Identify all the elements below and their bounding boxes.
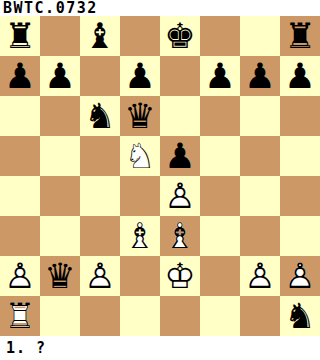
square-f2[interactable] [200, 256, 240, 296]
square-c5[interactable] [80, 136, 120, 176]
white-pawn-piece: ♟♙ [0, 256, 40, 296]
black-queen-piece: ♛ [40, 256, 80, 296]
black-pawn-piece: ♟ [40, 56, 80, 96]
square-g6[interactable] [240, 96, 280, 136]
square-a7[interactable]: ♟ [0, 56, 40, 96]
square-e2[interactable]: ♚♔ [160, 256, 200, 296]
square-h2[interactable]: ♟♙ [280, 256, 320, 296]
square-b8[interactable] [40, 16, 80, 56]
square-c3[interactable] [80, 216, 120, 256]
square-a6[interactable] [0, 96, 40, 136]
square-d4[interactable] [120, 176, 160, 216]
square-b7[interactable]: ♟ [40, 56, 80, 96]
square-b2[interactable]: ♛ [40, 256, 80, 296]
square-a2[interactable]: ♟♙ [0, 256, 40, 296]
square-f8[interactable] [200, 16, 240, 56]
square-e4[interactable]: ♟♙ [160, 176, 200, 216]
black-pawn-piece: ♟ [160, 136, 200, 176]
square-e7[interactable] [160, 56, 200, 96]
square-e1[interactable] [160, 296, 200, 336]
black-pawn-piece: ♟ [240, 56, 280, 96]
white-rook-piece: ♜♖ [0, 296, 40, 336]
square-d2[interactable] [120, 256, 160, 296]
chess-app-window: BWTC.0732 ♜♝♚♜♟♟♟♟♟♟♞♛♞♘♟♟♙♝♗♝♗♟♙♛♟♙♚♔♟♙… [0, 0, 320, 360]
square-d5[interactable]: ♞♘ [120, 136, 160, 176]
square-c8[interactable]: ♝ [80, 16, 120, 56]
white-king-piece: ♚♔ [160, 256, 200, 296]
square-a1[interactable]: ♜♖ [0, 296, 40, 336]
square-e3[interactable]: ♝♗ [160, 216, 200, 256]
square-g4[interactable] [240, 176, 280, 216]
square-g7[interactable]: ♟ [240, 56, 280, 96]
square-f5[interactable] [200, 136, 240, 176]
square-h1[interactable]: ♞ [280, 296, 320, 336]
square-b4[interactable] [40, 176, 80, 216]
square-g2[interactable]: ♟♙ [240, 256, 280, 296]
black-pawn-piece: ♟ [120, 56, 160, 96]
square-b5[interactable] [40, 136, 80, 176]
black-king-piece: ♚ [160, 16, 200, 56]
square-c1[interactable] [80, 296, 120, 336]
square-c2[interactable]: ♟♙ [80, 256, 120, 296]
square-h6[interactable] [280, 96, 320, 136]
square-f1[interactable] [200, 296, 240, 336]
square-c6[interactable]: ♞ [80, 96, 120, 136]
square-a3[interactable] [0, 216, 40, 256]
square-b6[interactable] [40, 96, 80, 136]
black-pawn-piece: ♟ [280, 56, 320, 96]
puzzle-id: BWTC.0732 [0, 0, 320, 16]
square-c4[interactable] [80, 176, 120, 216]
square-c7[interactable] [80, 56, 120, 96]
square-f3[interactable] [200, 216, 240, 256]
black-pawn-piece: ♟ [200, 56, 240, 96]
square-a4[interactable] [0, 176, 40, 216]
black-bishop-piece: ♝ [80, 16, 120, 56]
square-g3[interactable] [240, 216, 280, 256]
square-h3[interactable] [280, 216, 320, 256]
white-knight-piece: ♞♘ [120, 136, 160, 176]
square-b3[interactable] [40, 216, 80, 256]
square-e8[interactable]: ♚ [160, 16, 200, 56]
white-bishop-piece: ♝♗ [160, 216, 200, 256]
white-pawn-piece: ♟♙ [160, 176, 200, 216]
square-h7[interactable]: ♟ [280, 56, 320, 96]
square-d7[interactable]: ♟ [120, 56, 160, 96]
square-d8[interactable] [120, 16, 160, 56]
black-rook-piece: ♜ [0, 16, 40, 56]
black-knight-piece: ♞ [80, 96, 120, 136]
black-queen-piece: ♛ [120, 96, 160, 136]
square-a5[interactable] [0, 136, 40, 176]
square-g8[interactable] [240, 16, 280, 56]
white-pawn-piece: ♟♙ [280, 256, 320, 296]
square-g1[interactable] [240, 296, 280, 336]
white-bishop-piece: ♝♗ [120, 216, 160, 256]
square-e6[interactable] [160, 96, 200, 136]
square-f4[interactable] [200, 176, 240, 216]
square-g5[interactable] [240, 136, 280, 176]
square-h4[interactable] [280, 176, 320, 216]
square-a8[interactable]: ♜ [0, 16, 40, 56]
square-b1[interactable] [40, 296, 80, 336]
black-knight-piece: ♞ [280, 296, 320, 336]
square-h5[interactable] [280, 136, 320, 176]
white-pawn-piece: ♟♙ [240, 256, 280, 296]
black-rook-piece: ♜ [280, 16, 320, 56]
white-pawn-piece: ♟♙ [80, 256, 120, 296]
square-f7[interactable]: ♟ [200, 56, 240, 96]
square-d3[interactable]: ♝♗ [120, 216, 160, 256]
square-f6[interactable] [200, 96, 240, 136]
move-prompt: 1. ? [0, 336, 320, 360]
square-d1[interactable] [120, 296, 160, 336]
chess-board: ♜♝♚♜♟♟♟♟♟♟♞♛♞♘♟♟♙♝♗♝♗♟♙♛♟♙♚♔♟♙♟♙♜♖♞ [0, 16, 320, 336]
square-d6[interactable]: ♛ [120, 96, 160, 136]
square-h8[interactable]: ♜ [280, 16, 320, 56]
square-e5[interactable]: ♟ [160, 136, 200, 176]
black-pawn-piece: ♟ [0, 56, 40, 96]
